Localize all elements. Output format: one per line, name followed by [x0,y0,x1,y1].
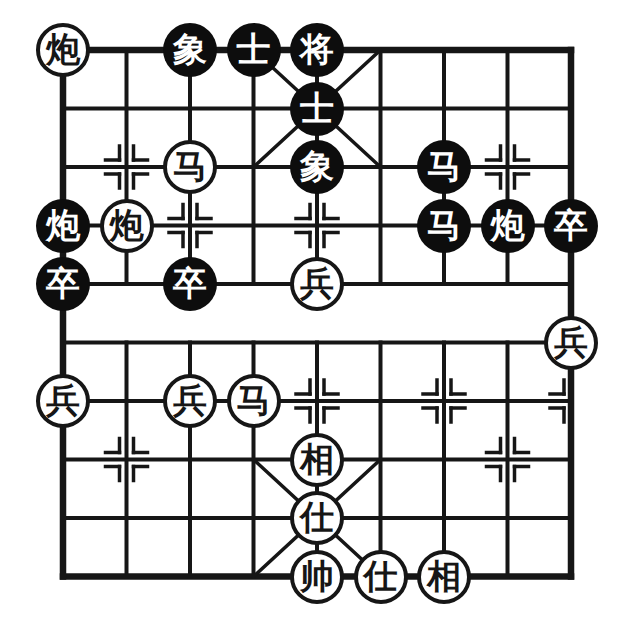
piece-glyph: 兵 [173,383,207,417]
cell-6-6[interactable] [412,372,476,431]
cell-5-7[interactable] [349,430,413,489]
cell-3-7[interactable] [222,430,286,489]
cell-0-8[interactable] [31,489,95,548]
cell-7-0[interactable] [476,21,540,80]
cell-0-9[interactable] [31,547,95,606]
cell-2-7[interactable] [158,430,222,489]
cell-7-5[interactable] [476,313,540,372]
cell-2-8[interactable] [158,489,222,548]
piece-glyph: 炮 [110,208,144,242]
cell-0-2[interactable] [31,138,95,197]
piece-black-elephant[interactable]: 象 [163,23,217,77]
cell-4-5[interactable] [285,313,349,372]
cell-1-6[interactable] [95,372,159,431]
piece-glyph: 马 [427,208,461,242]
cell-5-9[interactable]: 仕 [349,547,413,606]
xiangqi-board: 炮象士将士马象马炮炮马炮卒卒卒兵兵兵兵马相仕帅仕相 [0,0,640,640]
cell-0-5[interactable] [31,313,95,372]
cell-4-7[interactable]: 相 [285,430,349,489]
cell-6-4[interactable] [412,255,476,314]
cell-4-1[interactable]: 士 [285,79,349,138]
cell-5-4[interactable] [349,255,413,314]
piece-glyph: 兵 [554,325,588,359]
cell-6-3[interactable]: 马 [412,196,476,255]
cell-4-6[interactable] [285,372,349,431]
piece-glyph: 士 [237,32,271,66]
piece-black-soldier[interactable]: 卒 [36,257,90,311]
cell-7-7[interactable] [476,430,540,489]
cell-3-9[interactable] [222,547,286,606]
cell-7-3[interactable]: 炮 [476,196,540,255]
piece-red-soldier[interactable]: 兵 [544,316,598,370]
cell-2-4[interactable]: 卒 [158,255,222,314]
cell-7-9[interactable] [476,547,540,606]
piece-red-elephant[interactable]: 相 [290,433,344,487]
cell-8-5[interactable]: 兵 [539,313,603,372]
piece-red-elephant[interactable]: 相 [417,550,471,604]
piece-glyph: 兵 [300,266,334,300]
piece-glyph: 帅 [300,559,334,593]
xiangqi-diagram: 炮象士将士马象马炮炮马炮卒卒卒兵兵兵兵马相仕帅仕相 [0,0,640,640]
cell-5-2[interactable] [349,138,413,197]
piece-glyph: 象 [173,32,207,66]
cell-6-0[interactable] [412,21,476,80]
cell-1-1[interactable] [95,79,159,138]
cell-3-5[interactable] [222,313,286,372]
cell-8-9[interactable] [539,547,603,606]
cell-5-8[interactable] [349,489,413,548]
piece-glyph: 炮 [46,32,80,66]
piece-glyph: 兵 [46,383,80,417]
piece-red-general[interactable]: 帅 [290,550,344,604]
cell-7-2[interactable] [476,138,540,197]
cell-4-9[interactable]: 帅 [285,547,349,606]
cell-6-7[interactable] [412,430,476,489]
cell-8-1[interactable] [539,79,603,138]
cell-8-2[interactable] [539,138,603,197]
cell-6-2[interactable]: 马 [412,138,476,197]
cell-6-9[interactable]: 相 [412,547,476,606]
piece-black-soldier[interactable]: 卒 [544,199,598,253]
cell-2-3[interactable] [158,196,222,255]
cell-2-9[interactable] [158,547,222,606]
cell-1-3[interactable]: 炮 [95,196,159,255]
piece-glyph: 卒 [173,266,207,300]
cell-7-1[interactable] [476,79,540,138]
cell-3-1[interactable] [222,79,286,138]
piece-glyph: 炮 [491,208,525,242]
cell-8-7[interactable] [539,430,603,489]
piece-glyph: 卒 [46,266,80,300]
cell-0-6[interactable]: 兵 [31,372,95,431]
cell-4-3[interactable] [285,196,349,255]
piece-red-cannon[interactable]: 炮 [100,199,154,253]
cell-5-0[interactable] [349,21,413,80]
cell-4-8[interactable]: 仕 [285,489,349,548]
piece-glyph: 象 [300,149,334,183]
piece-red-horse[interactable]: 马 [163,140,217,194]
cell-1-4[interactable] [95,255,159,314]
cell-3-6[interactable]: 马 [222,372,286,431]
cell-1-8[interactable] [95,489,159,548]
piece-glyph: 马 [173,149,207,183]
cell-4-2[interactable]: 象 [285,138,349,197]
piece-black-soldier[interactable]: 卒 [163,257,217,311]
cell-5-5[interactable] [349,313,413,372]
cell-6-5[interactable] [412,313,476,372]
cell-0-0[interactable]: 炮 [31,21,95,80]
cell-2-0[interactable]: 象 [158,21,222,80]
cell-3-3[interactable] [222,196,286,255]
cell-0-3[interactable]: 炮 [31,196,95,255]
piece-glyph: 将 [300,32,334,66]
cell-1-2[interactable] [95,138,159,197]
piece-glyph: 士 [300,91,334,125]
cell-8-3[interactable]: 卒 [539,196,603,255]
cell-1-5[interactable] [95,313,159,372]
piece-red-soldier[interactable]: 兵 [163,374,217,428]
cell-3-8[interactable] [222,489,286,548]
cell-8-4[interactable] [539,255,603,314]
cell-2-1[interactable] [158,79,222,138]
board-intersections: 炮象士将士马象马炮炮马炮卒卒卒兵兵兵兵马相仕帅仕相 [31,21,603,606]
piece-black-cannon[interactable]: 炮 [481,199,535,253]
cell-7-8[interactable] [476,489,540,548]
cell-6-8[interactable] [412,489,476,548]
cell-1-0[interactable] [95,21,159,80]
cell-2-6[interactable]: 兵 [158,372,222,431]
cell-0-4[interactable]: 卒 [31,255,95,314]
cell-8-0[interactable] [539,21,603,80]
piece-red-soldier[interactable]: 兵 [290,257,344,311]
cell-1-7[interactable] [95,430,159,489]
piece-black-cannon[interactable]: 炮 [36,199,90,253]
piece-glyph: 相 [300,442,334,476]
cell-1-9[interactable] [95,547,159,606]
piece-red-cannon[interactable]: 炮 [36,23,90,77]
piece-glyph: 相 [427,559,461,593]
piece-black-general[interactable]: 将 [290,23,344,77]
cell-7-6[interactable] [476,372,540,431]
piece-black-horse[interactable]: 马 [417,199,471,253]
piece-red-advisor[interactable]: 仕 [290,491,344,545]
piece-black-advisor[interactable]: 士 [227,23,281,77]
cell-8-6[interactable] [539,372,603,431]
cell-2-5[interactable] [158,313,222,372]
cell-2-2[interactable]: 马 [158,138,222,197]
cell-5-3[interactable] [349,196,413,255]
piece-black-advisor[interactable]: 士 [290,82,344,136]
cell-5-6[interactable] [349,372,413,431]
piece-glyph: 马 [427,149,461,183]
piece-red-horse[interactable]: 马 [227,374,281,428]
cell-4-4[interactable]: 兵 [285,255,349,314]
cell-8-8[interactable] [539,489,603,548]
cell-3-2[interactable] [222,138,286,197]
piece-black-elephant[interactable]: 象 [290,140,344,194]
piece-red-soldier[interactable]: 兵 [36,374,90,428]
cell-3-4[interactable] [222,255,286,314]
piece-red-advisor[interactable]: 仕 [354,550,408,604]
piece-glyph: 炮 [46,208,80,242]
cell-7-4[interactable] [476,255,540,314]
cell-0-7[interactable] [31,430,95,489]
piece-glyph: 卒 [554,208,588,242]
cell-3-0[interactable]: 士 [222,21,286,80]
cell-4-0[interactable]: 将 [285,21,349,80]
piece-black-horse[interactable]: 马 [417,140,471,194]
cell-0-1[interactable] [31,79,95,138]
cell-6-1[interactable] [412,79,476,138]
cell-5-1[interactable] [349,79,413,138]
piece-glyph: 仕 [364,559,398,593]
piece-glyph: 仕 [300,500,334,534]
piece-glyph: 马 [237,383,271,417]
